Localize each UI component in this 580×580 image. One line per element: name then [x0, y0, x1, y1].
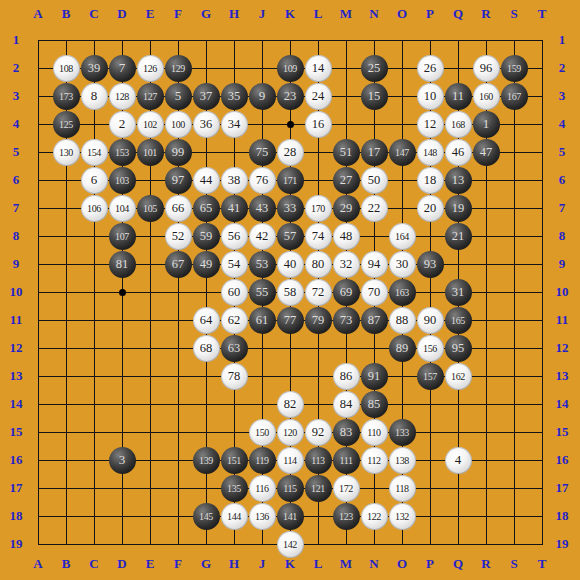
- move-number: 105: [143, 203, 157, 214]
- stone-c2[interactable]: 39: [81, 55, 108, 82]
- move-number: 40: [284, 257, 297, 272]
- move-number: 18: [424, 173, 437, 188]
- stone-m15[interactable]: 83: [333, 419, 360, 446]
- column-label-top: P: [416, 6, 444, 22]
- stone-k14[interactable]: 82: [277, 391, 304, 418]
- stone-f9[interactable]: 67: [165, 251, 192, 278]
- move-number: 31: [452, 285, 465, 300]
- column-label-top: E: [136, 6, 164, 22]
- move-number: 86: [340, 369, 353, 384]
- column-label-top: H: [220, 6, 248, 22]
- move-number: 47: [480, 145, 493, 160]
- move-number: 1: [483, 116, 490, 132]
- move-number: 3: [119, 452, 126, 468]
- stone-q10[interactable]: 31: [445, 279, 472, 306]
- stone-h11[interactable]: 62: [221, 307, 248, 334]
- move-number: 133: [395, 427, 409, 438]
- move-number: 50: [368, 173, 381, 188]
- stone-q13[interactable]: 162: [445, 363, 472, 390]
- stone-k2[interactable]: 109: [277, 55, 304, 82]
- move-number: 63: [228, 341, 241, 356]
- stone-h16[interactable]: 151: [221, 447, 248, 474]
- stone-c5[interactable]: 154: [81, 139, 108, 166]
- column-label-top: R: [472, 6, 500, 22]
- stone-j17[interactable]: 116: [249, 475, 276, 502]
- stone-o10[interactable]: 163: [389, 279, 416, 306]
- column-label-top: N: [360, 6, 388, 22]
- stone-d9[interactable]: 81: [109, 251, 136, 278]
- stone-j11[interactable]: 61: [249, 307, 276, 334]
- move-number: 122: [367, 511, 381, 522]
- move-number: 114: [283, 455, 296, 466]
- stone-k3[interactable]: 23: [277, 83, 304, 110]
- stone-p4[interactable]: 12: [417, 111, 444, 138]
- stone-r4[interactable]: 1: [473, 111, 500, 138]
- move-number: 30: [396, 257, 409, 272]
- move-number: 121: [311, 483, 325, 494]
- stone-q7[interactable]: 19: [445, 195, 472, 222]
- stone-n16[interactable]: 112: [361, 447, 388, 474]
- move-number: 132: [395, 511, 409, 522]
- move-number: 54: [228, 257, 241, 272]
- move-number: 83: [340, 425, 353, 440]
- stone-h13[interactable]: 78: [221, 363, 248, 390]
- stone-j9[interactable]: 53: [249, 251, 276, 278]
- move-number: 172: [339, 483, 353, 494]
- stone-k10[interactable]: 58: [277, 279, 304, 306]
- stone-m8[interactable]: 48: [333, 223, 360, 250]
- stone-p3[interactable]: 10: [417, 83, 444, 110]
- column-label-bottom: O: [388, 556, 416, 572]
- row-label-left: 16: [2, 452, 30, 468]
- stone-d8[interactable]: 107: [109, 223, 136, 250]
- move-number: 104: [115, 203, 129, 214]
- column-label-bottom: A: [24, 556, 52, 572]
- move-number: 144: [227, 511, 241, 522]
- move-number: 107: [115, 231, 129, 242]
- column-label-bottom: E: [136, 556, 164, 572]
- row-label-left: 10: [2, 284, 30, 300]
- column-label-top: K: [276, 6, 304, 22]
- row-label-right: 6: [548, 172, 576, 188]
- stone-j5[interactable]: 75: [249, 139, 276, 166]
- move-number: 92: [312, 425, 325, 440]
- stone-k6[interactable]: 171: [277, 167, 304, 194]
- move-number: 39: [88, 61, 101, 76]
- row-label-right: 1: [548, 32, 576, 48]
- stone-n10[interactable]: 70: [361, 279, 388, 306]
- stone-m9[interactable]: 32: [333, 251, 360, 278]
- move-number: 125: [59, 119, 73, 130]
- move-number: 106: [87, 203, 101, 214]
- stone-n9[interactable]: 94: [361, 251, 388, 278]
- stone-d2[interactable]: 7: [109, 55, 136, 82]
- row-label-right: 8: [548, 228, 576, 244]
- move-number: 142: [283, 539, 297, 550]
- column-label-top: A: [24, 6, 52, 22]
- move-number: 93: [424, 257, 437, 272]
- stone-b5[interactable]: 130: [53, 139, 80, 166]
- column-label-top: S: [500, 6, 528, 22]
- stone-k19[interactable]: 142: [277, 531, 304, 558]
- row-label-left: 3: [2, 88, 30, 104]
- stone-o16[interactable]: 138: [389, 447, 416, 474]
- move-number: 87: [368, 313, 381, 328]
- row-label-left: 12: [2, 340, 30, 356]
- stone-q3[interactable]: 11: [445, 83, 472, 110]
- stone-q6[interactable]: 13: [445, 167, 472, 194]
- row-label-right: 2: [548, 60, 576, 76]
- move-number: 101: [143, 147, 157, 158]
- stone-n5[interactable]: 17: [361, 139, 388, 166]
- move-number: 102: [143, 119, 157, 130]
- stone-e7[interactable]: 105: [137, 195, 164, 222]
- stone-h3[interactable]: 35: [221, 83, 248, 110]
- column-label-bottom: B: [52, 556, 80, 572]
- stone-n14[interactable]: 85: [361, 391, 388, 418]
- stone-e5[interactable]: 101: [137, 139, 164, 166]
- move-number: 32: [340, 257, 353, 272]
- stone-g8[interactable]: 59: [193, 223, 220, 250]
- move-number: 59: [200, 229, 213, 244]
- stone-k17[interactable]: 115: [277, 475, 304, 502]
- stone-l15[interactable]: 92: [305, 419, 332, 446]
- stone-m16[interactable]: 111: [333, 447, 360, 474]
- stone-l8[interactable]: 74: [305, 223, 332, 250]
- stone-q5[interactable]: 46: [445, 139, 472, 166]
- column-label-bottom: T: [528, 556, 556, 572]
- stone-m5[interactable]: 51: [333, 139, 360, 166]
- row-label-left: 2: [2, 60, 30, 76]
- stone-e4[interactable]: 102: [137, 111, 164, 138]
- move-number: 52: [172, 229, 185, 244]
- stone-h7[interactable]: 41: [221, 195, 248, 222]
- move-number: 76: [256, 173, 269, 188]
- stone-h9[interactable]: 54: [221, 251, 248, 278]
- stone-h18[interactable]: 144: [221, 503, 248, 530]
- move-number: 128: [115, 91, 129, 102]
- move-number: 139: [199, 455, 213, 466]
- move-number: 44: [200, 173, 213, 188]
- stone-f5[interactable]: 99: [165, 139, 192, 166]
- stone-p11[interactable]: 90: [417, 307, 444, 334]
- move-number: 162: [451, 371, 465, 382]
- move-number: 53: [256, 257, 269, 272]
- column-label-top: F: [164, 6, 192, 22]
- stone-m14[interactable]: 84: [333, 391, 360, 418]
- stone-c7[interactable]: 106: [81, 195, 108, 222]
- stone-k18[interactable]: 141: [277, 503, 304, 530]
- stone-m18[interactable]: 123: [333, 503, 360, 530]
- stone-j16[interactable]: 119: [249, 447, 276, 474]
- stone-l3[interactable]: 24: [305, 83, 332, 110]
- stone-p9[interactable]: 93: [417, 251, 444, 278]
- row-label-right: 3: [548, 88, 576, 104]
- stone-g18[interactable]: 145: [193, 503, 220, 530]
- move-number: 94: [368, 257, 381, 272]
- stone-j6[interactable]: 76: [249, 167, 276, 194]
- stone-h8[interactable]: 56: [221, 223, 248, 250]
- stone-h12[interactable]: 63: [221, 335, 248, 362]
- stone-h4[interactable]: 34: [221, 111, 248, 138]
- stone-r2[interactable]: 96: [473, 55, 500, 82]
- move-number: 26: [424, 61, 437, 76]
- stone-g16[interactable]: 139: [193, 447, 220, 474]
- stone-k5[interactable]: 28: [277, 139, 304, 166]
- stone-d4[interactable]: 2: [109, 111, 136, 138]
- stone-n3[interactable]: 15: [361, 83, 388, 110]
- column-label-bottom: C: [80, 556, 108, 572]
- move-number: 110: [367, 427, 380, 438]
- stone-q12[interactable]: 95: [445, 335, 472, 362]
- move-number: 99: [172, 145, 185, 160]
- column-label-bottom: K: [276, 556, 304, 572]
- move-number: 13: [452, 173, 465, 188]
- stone-j15[interactable]: 150: [249, 419, 276, 446]
- stone-c6[interactable]: 6: [81, 167, 108, 194]
- stone-m7[interactable]: 29: [333, 195, 360, 222]
- stone-g6[interactable]: 44: [193, 167, 220, 194]
- stone-p2[interactable]: 26: [417, 55, 444, 82]
- move-number: 135: [227, 483, 241, 494]
- stone-p5[interactable]: 148: [417, 139, 444, 166]
- stone-j7[interactable]: 43: [249, 195, 276, 222]
- column-label-bottom: M: [332, 556, 360, 572]
- stone-k9[interactable]: 40: [277, 251, 304, 278]
- move-number: 91: [368, 369, 381, 384]
- move-number: 27: [340, 173, 353, 188]
- row-label-right: 14: [548, 396, 576, 412]
- stone-l4[interactable]: 16: [305, 111, 332, 138]
- move-number: 7: [119, 60, 126, 76]
- move-number: 36: [200, 117, 213, 132]
- move-number: 141: [283, 511, 297, 522]
- stone-g12[interactable]: 68: [193, 335, 220, 362]
- move-number: 29: [340, 201, 353, 216]
- stone-n6[interactable]: 50: [361, 167, 388, 194]
- stone-d6[interactable]: 103: [109, 167, 136, 194]
- move-number: 8: [91, 88, 98, 104]
- stone-g3[interactable]: 37: [193, 83, 220, 110]
- stone-l17[interactable]: 121: [305, 475, 332, 502]
- move-number: 5: [175, 88, 182, 104]
- row-label-right: 5: [548, 144, 576, 160]
- stone-p6[interactable]: 18: [417, 167, 444, 194]
- stone-m11[interactable]: 73: [333, 307, 360, 334]
- hoshi-point: [119, 289, 126, 296]
- stone-o8[interactable]: 164: [389, 223, 416, 250]
- move-number: 73: [340, 313, 353, 328]
- stone-g9[interactable]: 49: [193, 251, 220, 278]
- move-number: 6: [91, 172, 98, 188]
- move-number: 145: [199, 511, 213, 522]
- move-number: 15: [368, 89, 381, 104]
- stone-l10[interactable]: 72: [305, 279, 332, 306]
- column-label-bottom: R: [472, 556, 500, 572]
- column-label-top: Q: [444, 6, 472, 22]
- stone-j8[interactable]: 42: [249, 223, 276, 250]
- stone-f4[interactable]: 100: [165, 111, 192, 138]
- move-number: 159: [507, 63, 521, 74]
- stone-d5[interactable]: 153: [109, 139, 136, 166]
- row-label-right: 16: [548, 452, 576, 468]
- move-number: 64: [200, 313, 213, 328]
- move-number: 127: [143, 91, 157, 102]
- move-number: 33: [284, 201, 297, 216]
- stone-p13[interactable]: 157: [417, 363, 444, 390]
- move-number: 60: [228, 285, 241, 300]
- stone-q11[interactable]: 165: [445, 307, 472, 334]
- row-label-right: 13: [548, 368, 576, 384]
- stone-h10[interactable]: 60: [221, 279, 248, 306]
- stone-j3[interactable]: 9: [249, 83, 276, 110]
- move-number: 28: [284, 145, 297, 160]
- stone-o12[interactable]: 89: [389, 335, 416, 362]
- move-number: 61: [256, 313, 269, 328]
- stone-g4[interactable]: 36: [193, 111, 220, 138]
- stone-f8[interactable]: 52: [165, 223, 192, 250]
- column-label-bottom: D: [108, 556, 136, 572]
- stone-m6[interactable]: 27: [333, 167, 360, 194]
- stone-l16[interactable]: 113: [305, 447, 332, 474]
- move-number: 79: [312, 313, 325, 328]
- stone-o11[interactable]: 88: [389, 307, 416, 334]
- stone-o9[interactable]: 30: [389, 251, 416, 278]
- move-number: 95: [452, 341, 465, 356]
- stone-f3[interactable]: 5: [165, 83, 192, 110]
- stone-n7[interactable]: 22: [361, 195, 388, 222]
- stone-o15[interactable]: 133: [389, 419, 416, 446]
- stone-s2[interactable]: 159: [501, 55, 528, 82]
- stone-k11[interactable]: 77: [277, 307, 304, 334]
- stone-q4[interactable]: 168: [445, 111, 472, 138]
- stone-n13[interactable]: 91: [361, 363, 388, 390]
- move-number: 170: [311, 203, 325, 214]
- stone-o5[interactable]: 147: [389, 139, 416, 166]
- stone-g11[interactable]: 64: [193, 307, 220, 334]
- stone-h6[interactable]: 38: [221, 167, 248, 194]
- column-label-bottom: G: [192, 556, 220, 572]
- move-number: 129: [171, 63, 185, 74]
- move-number: 89: [396, 341, 409, 356]
- row-label-left: 14: [2, 396, 30, 412]
- stone-e2[interactable]: 126: [137, 55, 164, 82]
- stone-q16[interactable]: 4: [445, 447, 472, 474]
- stone-r3[interactable]: 160: [473, 83, 500, 110]
- stone-s3[interactable]: 167: [501, 83, 528, 110]
- row-label-right: 19: [548, 536, 576, 552]
- move-number: 55: [256, 285, 269, 300]
- row-label-left: 8: [2, 228, 30, 244]
- row-label-left: 18: [2, 508, 30, 524]
- stone-j10[interactable]: 55: [249, 279, 276, 306]
- stone-p12[interactable]: 156: [417, 335, 444, 362]
- move-number: 37: [200, 89, 213, 104]
- grid-line-vertical: [514, 40, 515, 545]
- stone-f2[interactable]: 129: [165, 55, 192, 82]
- stone-r5[interactable]: 47: [473, 139, 500, 166]
- row-label-left: 4: [2, 116, 30, 132]
- move-number: 49: [200, 257, 213, 272]
- move-number: 57: [284, 229, 297, 244]
- stone-j18[interactable]: 136: [249, 503, 276, 530]
- move-number: 150: [255, 427, 269, 438]
- stone-k15[interactable]: 120: [277, 419, 304, 446]
- move-number: 62: [228, 313, 241, 328]
- stone-d7[interactable]: 104: [109, 195, 136, 222]
- stone-c3[interactable]: 8: [81, 83, 108, 110]
- move-number: 46: [452, 145, 465, 160]
- move-number: 136: [255, 511, 269, 522]
- stone-l2[interactable]: 14: [305, 55, 332, 82]
- move-number: 22: [368, 201, 381, 216]
- stone-e3[interactable]: 127: [137, 83, 164, 110]
- stone-f6[interactable]: 97: [165, 167, 192, 194]
- row-label-right: 7: [548, 200, 576, 216]
- move-number: 109: [283, 63, 297, 74]
- stone-n11[interactable]: 87: [361, 307, 388, 334]
- stone-n18[interactable]: 122: [361, 503, 388, 530]
- stone-b3[interactable]: 173: [53, 83, 80, 110]
- column-label-bottom: Q: [444, 556, 472, 572]
- column-label-bottom: S: [500, 556, 528, 572]
- stone-n15[interactable]: 110: [361, 419, 388, 446]
- stone-o18[interactable]: 132: [389, 503, 416, 530]
- stone-k8[interactable]: 57: [277, 223, 304, 250]
- move-number: 74: [312, 229, 325, 244]
- stone-m13[interactable]: 86: [333, 363, 360, 390]
- row-label-right: 15: [548, 424, 576, 440]
- row-label-left: 11: [2, 312, 30, 328]
- move-number: 97: [172, 173, 185, 188]
- stone-h17[interactable]: 135: [221, 475, 248, 502]
- move-number: 100: [171, 119, 185, 130]
- stone-b2[interactable]: 108: [53, 55, 80, 82]
- row-label-left: 1: [2, 32, 30, 48]
- move-number: 24: [312, 89, 325, 104]
- move-number: 10: [424, 89, 437, 104]
- move-number: 90: [424, 313, 437, 328]
- move-number: 25: [368, 61, 381, 76]
- move-number: 19: [452, 201, 465, 216]
- stone-g7[interactable]: 65: [193, 195, 220, 222]
- stone-b4[interactable]: 125: [53, 111, 80, 138]
- stone-d3[interactable]: 128: [109, 83, 136, 110]
- move-number: 70: [368, 285, 381, 300]
- row-label-left: 6: [2, 172, 30, 188]
- stone-f7[interactable]: 66: [165, 195, 192, 222]
- move-number: 72: [312, 285, 325, 300]
- stone-l9[interactable]: 80: [305, 251, 332, 278]
- stone-p7[interactable]: 20: [417, 195, 444, 222]
- stone-k7[interactable]: 33: [277, 195, 304, 222]
- move-number: 2: [119, 116, 126, 132]
- move-number: 16: [312, 117, 325, 132]
- stone-o17[interactable]: 118: [389, 475, 416, 502]
- move-number: 115: [283, 483, 296, 494]
- stone-l7[interactable]: 170: [305, 195, 332, 222]
- move-number: 51: [340, 145, 353, 160]
- move-number: 112: [367, 455, 380, 466]
- stone-q8[interactable]: 21: [445, 223, 472, 250]
- stone-d16[interactable]: 3: [109, 447, 136, 474]
- stone-m10[interactable]: 69: [333, 279, 360, 306]
- stone-n2[interactable]: 25: [361, 55, 388, 82]
- move-number: 68: [200, 341, 213, 356]
- stone-l11[interactable]: 79: [305, 307, 332, 334]
- stone-k16[interactable]: 114: [277, 447, 304, 474]
- stone-m17[interactable]: 172: [333, 475, 360, 502]
